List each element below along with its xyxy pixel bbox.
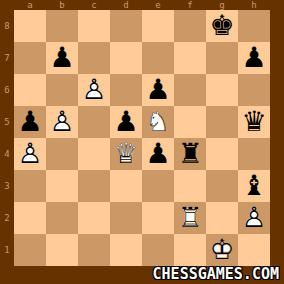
pawn-glyph: ♟ [14, 106, 46, 138]
king-glyph: ♚ [206, 10, 238, 42]
pawn-glyph: ♟ [110, 106, 142, 138]
square-c6: ♟♙ [78, 74, 110, 106]
square-e1 [142, 234, 174, 266]
square-g2 [206, 202, 238, 234]
file-label-a: a [14, 0, 46, 10]
rank-label-3: 3 [0, 170, 14, 202]
square-b2 [46, 202, 78, 234]
square-d8 [110, 10, 142, 42]
rank-label-1: 1 [0, 234, 14, 266]
file-label-e: e [142, 0, 174, 10]
pawn-outline-glyph: ♙ [78, 74, 110, 106]
piece-black-king-g8: ♚ [206, 10, 238, 42]
piece-black-pawn-d5: ♟ [110, 106, 142, 138]
square-a4: ♟♙ [14, 138, 46, 170]
pawn-glyph: ♟ [238, 42, 270, 74]
chess-diagram: ♚♟♟♟♙♟♟♟♙♟♞♘♛♟♙♛♕♟♜♝♜♖♟♙♚♔ CHESSGAMES.CO… [0, 0, 284, 284]
rank-label-2: 2 [0, 202, 14, 234]
square-a2 [14, 202, 46, 234]
file-label-b: b [46, 0, 78, 10]
king-outline-glyph: ♔ [206, 234, 238, 266]
piece-black-rook-f4: ♜ [174, 138, 206, 170]
file-label-d: d [110, 0, 142, 10]
square-g3 [206, 170, 238, 202]
pawn-outline-glyph: ♙ [238, 202, 270, 234]
pawn-outline-glyph: ♙ [46, 106, 78, 138]
square-h6 [238, 74, 270, 106]
square-a5: ♟ [14, 106, 46, 138]
square-b5: ♟♙ [46, 106, 78, 138]
piece-black-pawn-b7: ♟ [46, 42, 78, 74]
square-d2 [110, 202, 142, 234]
piece-black-pawn-e6: ♟ [142, 74, 174, 106]
square-e8 [142, 10, 174, 42]
square-g5 [206, 106, 238, 138]
file-label-f: f [174, 0, 206, 10]
chessgames-logo[interactable]: CHESSGAMES.COM [153, 265, 279, 283]
square-f8 [174, 10, 206, 42]
square-b1 [46, 234, 78, 266]
file-label-g: g [206, 0, 238, 10]
square-h1 [238, 234, 270, 266]
square-h5: ♛ [238, 106, 270, 138]
file-label-c: c [78, 0, 110, 10]
square-d7 [110, 42, 142, 74]
square-c1 [78, 234, 110, 266]
square-f5 [174, 106, 206, 138]
square-b8 [46, 10, 78, 42]
square-e6: ♟ [142, 74, 174, 106]
square-c3 [78, 170, 110, 202]
piece-white-queen-d4: ♛♕ [110, 138, 142, 170]
square-b3 [46, 170, 78, 202]
rook-glyph: ♜ [174, 138, 206, 170]
board: ♚♟♟♟♙♟♟♟♙♟♞♘♛♟♙♛♕♟♜♝♜♖♟♙♚♔ [14, 10, 270, 266]
piece-black-queen-h5: ♛ [238, 106, 270, 138]
square-e3 [142, 170, 174, 202]
piece-white-rook-f2: ♜♖ [174, 202, 206, 234]
rank-label-4: 4 [0, 138, 14, 170]
piece-white-king-g1: ♚♔ [206, 234, 238, 266]
rook-outline-glyph: ♖ [174, 202, 206, 234]
square-e7 [142, 42, 174, 74]
piece-black-pawn-h7: ♟ [238, 42, 270, 74]
square-f3 [174, 170, 206, 202]
square-d1 [110, 234, 142, 266]
square-g4 [206, 138, 238, 170]
rank-label-5: 5 [0, 106, 14, 138]
square-a6 [14, 74, 46, 106]
square-e2 [142, 202, 174, 234]
square-h8 [238, 10, 270, 42]
square-b7: ♟ [46, 42, 78, 74]
square-c5 [78, 106, 110, 138]
square-f7 [174, 42, 206, 74]
rank-label-8: 8 [0, 10, 14, 42]
square-f1 [174, 234, 206, 266]
piece-black-pawn-a5: ♟ [14, 106, 46, 138]
knight-outline-glyph: ♘ [142, 106, 174, 138]
piece-white-knight-e5: ♞♘ [142, 106, 174, 138]
square-a7 [14, 42, 46, 74]
queen-outline-glyph: ♕ [110, 138, 142, 170]
square-a3 [14, 170, 46, 202]
square-b6 [46, 74, 78, 106]
pawn-glyph: ♟ [142, 138, 174, 170]
file-label-h: h [238, 0, 270, 10]
square-d4: ♛♕ [110, 138, 142, 170]
square-h3: ♝ [238, 170, 270, 202]
bishop-glyph: ♝ [238, 170, 270, 202]
pawn-glyph: ♟ [142, 74, 174, 106]
piece-black-bishop-h3: ♝ [238, 170, 270, 202]
queen-glyph: ♛ [238, 106, 270, 138]
piece-black-pawn-e4: ♟ [142, 138, 174, 170]
square-c7 [78, 42, 110, 74]
square-b4 [46, 138, 78, 170]
square-g1: ♚♔ [206, 234, 238, 266]
square-g8: ♚ [206, 10, 238, 42]
square-a8 [14, 10, 46, 42]
rank-label-7: 7 [0, 42, 14, 74]
rank-label-6: 6 [0, 74, 14, 106]
square-e4: ♟ [142, 138, 174, 170]
square-a1 [14, 234, 46, 266]
pawn-outline-glyph: ♙ [14, 138, 46, 170]
piece-white-pawn-b5: ♟♙ [46, 106, 78, 138]
square-h7: ♟ [238, 42, 270, 74]
square-d3 [110, 170, 142, 202]
square-f4: ♜ [174, 138, 206, 170]
square-c8 [78, 10, 110, 42]
square-h2: ♟♙ [238, 202, 270, 234]
square-c4 [78, 138, 110, 170]
square-d5: ♟ [110, 106, 142, 138]
square-h4 [238, 138, 270, 170]
square-e5: ♞♘ [142, 106, 174, 138]
square-g7 [206, 42, 238, 74]
square-d6 [110, 74, 142, 106]
piece-white-pawn-c6: ♟♙ [78, 74, 110, 106]
square-f6 [174, 74, 206, 106]
square-f2: ♜♖ [174, 202, 206, 234]
square-g6 [206, 74, 238, 106]
piece-white-pawn-a4: ♟♙ [14, 138, 46, 170]
square-c2 [78, 202, 110, 234]
pawn-glyph: ♟ [46, 42, 78, 74]
piece-white-pawn-h2: ♟♙ [238, 202, 270, 234]
